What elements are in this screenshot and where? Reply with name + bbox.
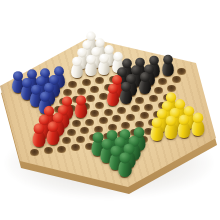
peg-red[interactable] [107, 84, 119, 106]
pegs-layer [0, 0, 220, 220]
peg-yellow[interactable] [164, 116, 177, 139]
peg-black[interactable] [139, 72, 151, 94]
peg-red[interactable] [33, 123, 46, 147]
peg-white[interactable] [85, 55, 97, 76]
peg-red[interactable] [75, 95, 87, 118]
peg-black[interactable] [120, 82, 132, 104]
peg-white[interactable] [99, 54, 111, 75]
peg-black[interactable] [162, 54, 174, 75]
peg-red[interactable] [47, 121, 60, 145]
photo-scene [0, 0, 220, 220]
peg-green[interactable] [118, 152, 132, 177]
peg-yellow[interactable] [191, 113, 204, 136]
peg-yellow[interactable] [178, 114, 191, 137]
peg-white[interactable] [71, 57, 83, 78]
peg-yellow[interactable] [151, 117, 164, 141]
